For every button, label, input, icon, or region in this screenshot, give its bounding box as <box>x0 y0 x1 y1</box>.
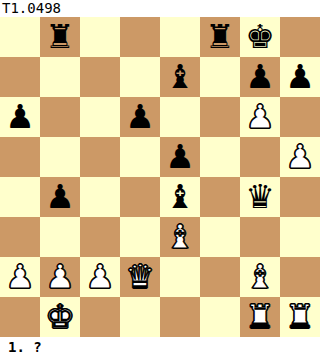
square-a2[interactable]: ♟ <box>0 257 40 297</box>
square-g4[interactable]: ♛ <box>240 177 280 217</box>
square-f3[interactable] <box>200 217 240 257</box>
square-g8[interactable]: ♚ <box>240 17 280 57</box>
white-pawn[interactable]: ♟ <box>245 97 275 137</box>
square-h8[interactable] <box>280 17 320 57</box>
square-a1[interactable] <box>0 297 40 337</box>
chess-board: ♜♜♚♝♟♟♟♟♟♟♟♟♝♛♝♟♟♟♛♝♚♜♜ <box>0 17 320 337</box>
square-c3[interactable] <box>80 217 120 257</box>
square-c6[interactable] <box>80 97 120 137</box>
square-h5[interactable]: ♟ <box>280 137 320 177</box>
square-h7[interactable]: ♟ <box>280 57 320 97</box>
square-f4[interactable] <box>200 177 240 217</box>
black-rook[interactable]: ♜ <box>45 17 75 57</box>
square-b5[interactable] <box>40 137 80 177</box>
square-c8[interactable] <box>80 17 120 57</box>
white-king[interactable]: ♚ <box>45 297 75 337</box>
square-b3[interactable] <box>40 217 80 257</box>
white-pawn[interactable]: ♟ <box>85 257 115 297</box>
white-pawn[interactable]: ♟ <box>45 257 75 297</box>
white-rook[interactable]: ♜ <box>285 297 315 337</box>
square-d6[interactable]: ♟ <box>120 97 160 137</box>
square-c5[interactable] <box>80 137 120 177</box>
square-b6[interactable] <box>40 97 80 137</box>
square-a3[interactable] <box>0 217 40 257</box>
square-g6[interactable]: ♟ <box>240 97 280 137</box>
square-h4[interactable] <box>280 177 320 217</box>
black-rook[interactable]: ♜ <box>205 17 235 57</box>
square-d5[interactable] <box>120 137 160 177</box>
square-a5[interactable] <box>0 137 40 177</box>
white-rook[interactable]: ♜ <box>245 297 275 337</box>
square-d2[interactable]: ♛ <box>120 257 160 297</box>
square-c2[interactable]: ♟ <box>80 257 120 297</box>
square-d8[interactable] <box>120 17 160 57</box>
black-queen[interactable]: ♛ <box>245 177 275 217</box>
square-b7[interactable] <box>40 57 80 97</box>
square-g3[interactable] <box>240 217 280 257</box>
white-pawn[interactable]: ♟ <box>5 257 35 297</box>
square-d1[interactable] <box>120 297 160 337</box>
black-pawn[interactable]: ♟ <box>245 57 275 97</box>
square-b8[interactable]: ♜ <box>40 17 80 57</box>
black-pawn[interactable]: ♟ <box>165 137 195 177</box>
black-king[interactable]: ♚ <box>245 17 275 57</box>
square-c4[interactable] <box>80 177 120 217</box>
white-pawn[interactable]: ♟ <box>285 137 315 177</box>
square-a7[interactable] <box>0 57 40 97</box>
square-b1[interactable]: ♚ <box>40 297 80 337</box>
black-pawn[interactable]: ♟ <box>125 97 155 137</box>
black-pawn[interactable]: ♟ <box>45 177 75 217</box>
square-f1[interactable] <box>200 297 240 337</box>
square-e8[interactable] <box>160 17 200 57</box>
square-e7[interactable]: ♝ <box>160 57 200 97</box>
square-e4[interactable]: ♝ <box>160 177 200 217</box>
black-pawn[interactable]: ♟ <box>5 97 35 137</box>
square-f8[interactable]: ♜ <box>200 17 240 57</box>
square-a8[interactable] <box>0 17 40 57</box>
square-d3[interactable] <box>120 217 160 257</box>
black-pawn[interactable]: ♟ <box>285 57 315 97</box>
square-g1[interactable]: ♜ <box>240 297 280 337</box>
square-e3[interactable]: ♝ <box>160 217 200 257</box>
square-h6[interactable] <box>280 97 320 137</box>
square-b2[interactable]: ♟ <box>40 257 80 297</box>
black-bishop[interactable]: ♝ <box>165 57 195 97</box>
puzzle-id: T1.0498 <box>2 0 61 17</box>
square-f7[interactable] <box>200 57 240 97</box>
square-c7[interactable] <box>80 57 120 97</box>
square-f2[interactable] <box>200 257 240 297</box>
black-bishop[interactable]: ♝ <box>165 177 195 217</box>
square-e1[interactable] <box>160 297 200 337</box>
square-b4[interactable]: ♟ <box>40 177 80 217</box>
square-f6[interactable] <box>200 97 240 137</box>
white-bishop[interactable]: ♝ <box>245 257 275 297</box>
square-h2[interactable] <box>280 257 320 297</box>
white-bishop[interactable]: ♝ <box>165 217 195 257</box>
square-g5[interactable] <box>240 137 280 177</box>
square-h1[interactable]: ♜ <box>280 297 320 337</box>
square-g2[interactable]: ♝ <box>240 257 280 297</box>
square-d7[interactable] <box>120 57 160 97</box>
move-prompt: 1. ? <box>8 339 42 355</box>
square-e6[interactable] <box>160 97 200 137</box>
square-a4[interactable] <box>0 177 40 217</box>
square-f5[interactable] <box>200 137 240 177</box>
square-e2[interactable] <box>160 257 200 297</box>
square-e5[interactable]: ♟ <box>160 137 200 177</box>
square-h3[interactable] <box>280 217 320 257</box>
square-g7[interactable]: ♟ <box>240 57 280 97</box>
white-queen[interactable]: ♛ <box>125 257 155 297</box>
square-a6[interactable]: ♟ <box>0 97 40 137</box>
square-d4[interactable] <box>120 177 160 217</box>
square-c1[interactable] <box>80 297 120 337</box>
